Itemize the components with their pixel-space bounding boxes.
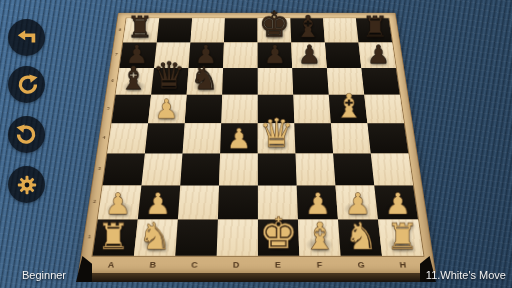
settings-button[interactable] [8, 166, 45, 203]
piece-black-rook-a8[interactable]: ♜ [127, 13, 154, 41]
gear-icon [16, 174, 38, 196]
square-h6[interactable] [361, 68, 399, 95]
board-grid: ♜♚♝♜♟♟♟♟♟♝♛♞♟♝♟♛♟♟♟♟♟♜♞♚♝♞♜ [91, 18, 424, 257]
piece-white-pawn-b2[interactable]: ♟ [145, 190, 171, 218]
piece-white-pawn-b5[interactable]: ♟ [154, 96, 178, 122]
square-b3[interactable] [141, 153, 182, 185]
piece-white-pawn-g2[interactable]: ♟ [345, 190, 371, 218]
square-h1[interactable]: ♜ [378, 220, 423, 256]
square-g7[interactable] [325, 42, 361, 67]
file-label-h: H [382, 260, 425, 269]
chess-app-screen: ♜♚♝♜♟♟♟♟♟♝♛♞♟♝♟♛♟♟♟♟♟♜♞♚♝♞♜ 87654321 ABC… [0, 0, 512, 288]
back-icon [16, 27, 38, 49]
piece-white-bishop-f1[interactable]: ♝ [303, 219, 336, 254]
file-label-e: E [257, 260, 299, 269]
square-c6[interactable]: ♞ [187, 68, 223, 95]
square-d6[interactable] [222, 68, 258, 95]
square-h4[interactable] [367, 123, 408, 153]
file-labels: ABCDEFGH [89, 259, 424, 272]
piece-white-rook-h1[interactable]: ♜ [386, 220, 419, 255]
undo-arrow-icon [16, 124, 38, 146]
piece-white-bishop-g5[interactable]: ♝ [334, 91, 364, 122]
piece-black-knight-c6[interactable]: ♞ [190, 63, 219, 93]
undo-move-button[interactable] [8, 116, 45, 153]
difficulty-label[interactable]: Beginner [22, 269, 66, 281]
square-d1[interactable] [217, 220, 258, 256]
square-d3[interactable] [219, 153, 258, 185]
piece-white-pawn-d4[interactable]: ♟ [227, 126, 252, 152]
square-d4[interactable]: ♟ [220, 123, 258, 153]
piece-black-pawn-f7[interactable]: ♟ [298, 42, 321, 66]
square-e1[interactable]: ♚ [258, 220, 299, 256]
square-g4[interactable] [331, 123, 371, 153]
square-f7[interactable]: ♟ [291, 42, 327, 67]
square-g1[interactable]: ♞ [338, 220, 382, 256]
square-e4[interactable]: ♛ [258, 123, 296, 153]
square-e3[interactable] [258, 153, 297, 185]
square-g5[interactable]: ♝ [329, 95, 368, 123]
piece-white-pawn-f2[interactable]: ♟ [305, 190, 331, 218]
square-f4[interactable] [294, 123, 333, 153]
square-f6[interactable] [292, 68, 329, 95]
rotate-clockwise-icon [16, 74, 38, 96]
piece-black-queen-b6[interactable]: ♛ [152, 58, 185, 93]
square-d2[interactable] [218, 186, 258, 220]
rotate-board-button[interactable] [8, 66, 45, 103]
square-b4[interactable] [145, 123, 185, 153]
square-h3[interactable] [371, 153, 413, 185]
piece-white-pawn-h2[interactable]: ♟ [385, 190, 411, 218]
piece-black-rook-h8[interactable]: ♜ [362, 13, 389, 41]
piece-white-knight-g1[interactable]: ♞ [344, 219, 377, 254]
move-status: 11.White's Move [426, 269, 506, 281]
piece-white-pawn-a2[interactable]: ♟ [105, 190, 131, 218]
square-f5[interactable] [293, 95, 331, 123]
file-label-g: G [340, 260, 382, 269]
square-g3[interactable] [333, 153, 374, 185]
square-h5[interactable] [364, 95, 404, 123]
square-a1[interactable]: ♜ [93, 220, 138, 256]
square-b5[interactable]: ♟ [148, 95, 187, 123]
square-b8[interactable] [157, 18, 192, 42]
square-h2[interactable]: ♟ [374, 186, 418, 220]
square-c4[interactable] [182, 123, 221, 153]
square-d5[interactable] [221, 95, 258, 123]
square-g8[interactable] [323, 18, 358, 42]
file-label-d: D [215, 260, 257, 269]
square-a6[interactable]: ♝ [116, 68, 154, 95]
piece-black-pawn-e7[interactable]: ♟ [263, 42, 286, 66]
square-f3[interactable] [295, 153, 335, 185]
square-a2[interactable]: ♟ [98, 186, 142, 220]
square-h7[interactable]: ♟ [359, 42, 396, 67]
back-button[interactable] [8, 19, 45, 56]
file-label-b: B [131, 260, 173, 269]
square-a4[interactable] [107, 123, 148, 153]
piece-black-bishop-f8[interactable]: ♝ [294, 12, 321, 41]
square-e6[interactable] [258, 68, 294, 95]
square-c5[interactable] [185, 95, 223, 123]
piece-black-pawn-h7[interactable]: ♟ [367, 42, 390, 66]
square-c3[interactable] [180, 153, 220, 185]
piece-white-king-e1[interactable]: ♚ [259, 213, 298, 254]
square-a3[interactable] [103, 153, 145, 185]
board-scene: ♜♚♝♜♟♟♟♟♟♝♛♞♟♝♟♛♟♟♟♟♟♜♞♚♝♞♜ 87654321 ABC… [76, 2, 436, 282]
square-b6[interactable]: ♛ [151, 68, 188, 95]
square-c1[interactable] [175, 220, 218, 256]
board-front-edge [80, 273, 432, 282]
chess-board: ♜♚♝♜♟♟♟♟♟♝♛♞♟♝♟♛♟♟♟♟♟♜♞♚♝♞♜ 87654321 ABC… [78, 13, 436, 274]
square-f1[interactable]: ♝ [298, 220, 341, 256]
square-a5[interactable] [112, 95, 152, 123]
piece-white-knight-b1[interactable]: ♞ [138, 219, 171, 254]
square-e7[interactable]: ♟ [258, 42, 293, 67]
piece-black-bishop-a6[interactable]: ♝ [119, 63, 148, 93]
piece-white-rook-a1[interactable]: ♜ [97, 220, 130, 255]
square-b1[interactable]: ♞ [134, 220, 178, 256]
piece-white-queen-e4[interactable]: ♛ [259, 115, 294, 152]
file-label-a: A [90, 260, 133, 269]
square-d7[interactable] [223, 42, 258, 67]
square-d8[interactable] [224, 18, 258, 42]
file-label-f: F [298, 260, 340, 269]
file-label-c: C [173, 260, 215, 269]
square-c2[interactable] [178, 186, 219, 220]
piece-black-king-e8[interactable]: ♚ [259, 8, 291, 41]
